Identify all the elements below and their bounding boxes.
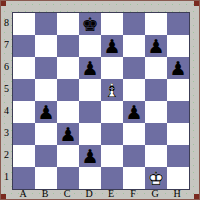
piece-black-pawn[interactable]: ♟: [101, 35, 123, 57]
rank-label-6: 6: [1, 56, 12, 78]
square-c4[interactable]: [57, 101, 79, 123]
chessboard-frame: 87654321 ♚♟♟♟♟♝♗♟♟♟♟♚♔ ABCDEFGH: [0, 0, 200, 200]
square-e8[interactable]: [101, 13, 123, 35]
square-a3[interactable]: [13, 123, 35, 145]
square-e4[interactable]: [101, 101, 123, 123]
square-d5[interactable]: [79, 79, 101, 101]
square-c3[interactable]: ♟: [57, 123, 79, 145]
frame-corner-icon: [194, 1, 199, 6]
piece-black-pawn[interactable]: ♟: [167, 57, 189, 79]
frame-corner-icon: [1, 1, 6, 6]
file-labels: ABCDEFGH: [12, 188, 190, 200]
square-a7[interactable]: [13, 35, 35, 57]
square-f8[interactable]: [123, 13, 145, 35]
square-b7[interactable]: [35, 35, 57, 57]
square-a4[interactable]: [13, 101, 35, 123]
piece-black-pawn[interactable]: ♟: [35, 101, 57, 123]
square-c2[interactable]: [57, 145, 79, 167]
bishop-glyph-outline: ♗: [101, 79, 123, 101]
rank-label-5: 5: [1, 78, 12, 100]
square-a1[interactable]: [13, 167, 35, 189]
rank-labels: 87654321: [1, 12, 12, 188]
square-d1[interactable]: [79, 167, 101, 189]
rank-label-7: 7: [1, 34, 12, 56]
square-g1[interactable]: ♚♔: [145, 167, 167, 189]
square-c7[interactable]: [57, 35, 79, 57]
file-label-e: E: [100, 188, 122, 200]
square-b1[interactable]: [35, 167, 57, 189]
square-b8[interactable]: [35, 13, 57, 35]
file-label-a: A: [12, 188, 34, 200]
square-g7[interactable]: ♟: [145, 35, 167, 57]
square-h3[interactable]: [167, 123, 189, 145]
square-h6[interactable]: ♟: [167, 57, 189, 79]
square-a5[interactable]: [13, 79, 35, 101]
file-label-c: C: [56, 188, 78, 200]
square-g5[interactable]: [145, 79, 167, 101]
square-d3[interactable]: [79, 123, 101, 145]
square-f7[interactable]: [123, 35, 145, 57]
frame-corner-icon: [194, 194, 199, 199]
rank-label-4: 4: [1, 100, 12, 122]
square-b6[interactable]: [35, 57, 57, 79]
square-e7[interactable]: ♟: [101, 35, 123, 57]
square-a8[interactable]: [13, 13, 35, 35]
square-g4[interactable]: [145, 101, 167, 123]
square-d7[interactable]: [79, 35, 101, 57]
file-label-g: G: [144, 188, 166, 200]
square-g3[interactable]: [145, 123, 167, 145]
piece-black-pawn[interactable]: ♟: [145, 35, 167, 57]
square-d6[interactable]: ♟: [79, 57, 101, 79]
file-label-f: F: [122, 188, 144, 200]
square-d4[interactable]: [79, 101, 101, 123]
piece-black-pawn[interactable]: ♟: [79, 57, 101, 79]
square-e1[interactable]: [101, 167, 123, 189]
square-h2[interactable]: [167, 145, 189, 167]
square-a6[interactable]: [13, 57, 35, 79]
square-b2[interactable]: [35, 145, 57, 167]
file-label-b: B: [34, 188, 56, 200]
square-e2[interactable]: [101, 145, 123, 167]
piece-black-pawn[interactable]: ♟: [79, 145, 101, 167]
file-label-d: D: [78, 188, 100, 200]
rank-label-1: 1: [1, 166, 12, 188]
square-b3[interactable]: [35, 123, 57, 145]
square-h8[interactable]: [167, 13, 189, 35]
square-f2[interactable]: [123, 145, 145, 167]
square-h7[interactable]: [167, 35, 189, 57]
rank-label-8: 8: [1, 12, 12, 34]
square-d8[interactable]: ♚: [79, 13, 101, 35]
square-e3[interactable]: [101, 123, 123, 145]
rank-label-2: 2: [1, 144, 12, 166]
square-d2[interactable]: ♟: [79, 145, 101, 167]
piece-black-king[interactable]: ♚: [79, 13, 101, 35]
square-e5[interactable]: ♝♗: [101, 79, 123, 101]
square-c6[interactable]: [57, 57, 79, 79]
square-f4[interactable]: ♟: [123, 101, 145, 123]
square-h4[interactable]: [167, 101, 189, 123]
square-e6[interactable]: [101, 57, 123, 79]
piece-black-pawn[interactable]: ♟: [123, 101, 145, 123]
rank-label-3: 3: [1, 122, 12, 144]
square-c1[interactable]: [57, 167, 79, 189]
square-h5[interactable]: [167, 79, 189, 101]
piece-white-bishop[interactable]: ♝♗: [101, 79, 123, 101]
square-a2[interactable]: [13, 145, 35, 167]
piece-white-king[interactable]: ♚♔: [145, 167, 167, 189]
square-b4[interactable]: ♟: [35, 101, 57, 123]
square-b5[interactable]: [35, 79, 57, 101]
square-h1[interactable]: [167, 167, 189, 189]
square-f5[interactable]: [123, 79, 145, 101]
chess-board: ♚♟♟♟♟♝♗♟♟♟♟♚♔: [12, 12, 190, 190]
square-c5[interactable]: [57, 79, 79, 101]
file-label-h: H: [166, 188, 188, 200]
square-c8[interactable]: [57, 13, 79, 35]
square-f1[interactable]: [123, 167, 145, 189]
square-g8[interactable]: [145, 13, 167, 35]
piece-black-pawn[interactable]: ♟: [57, 123, 79, 145]
king-glyph-outline: ♔: [145, 167, 167, 189]
square-f3[interactable]: [123, 123, 145, 145]
square-f6[interactable]: [123, 57, 145, 79]
square-g2[interactable]: [145, 145, 167, 167]
square-g6[interactable]: [145, 57, 167, 79]
frame-corner-icon: [1, 194, 6, 199]
